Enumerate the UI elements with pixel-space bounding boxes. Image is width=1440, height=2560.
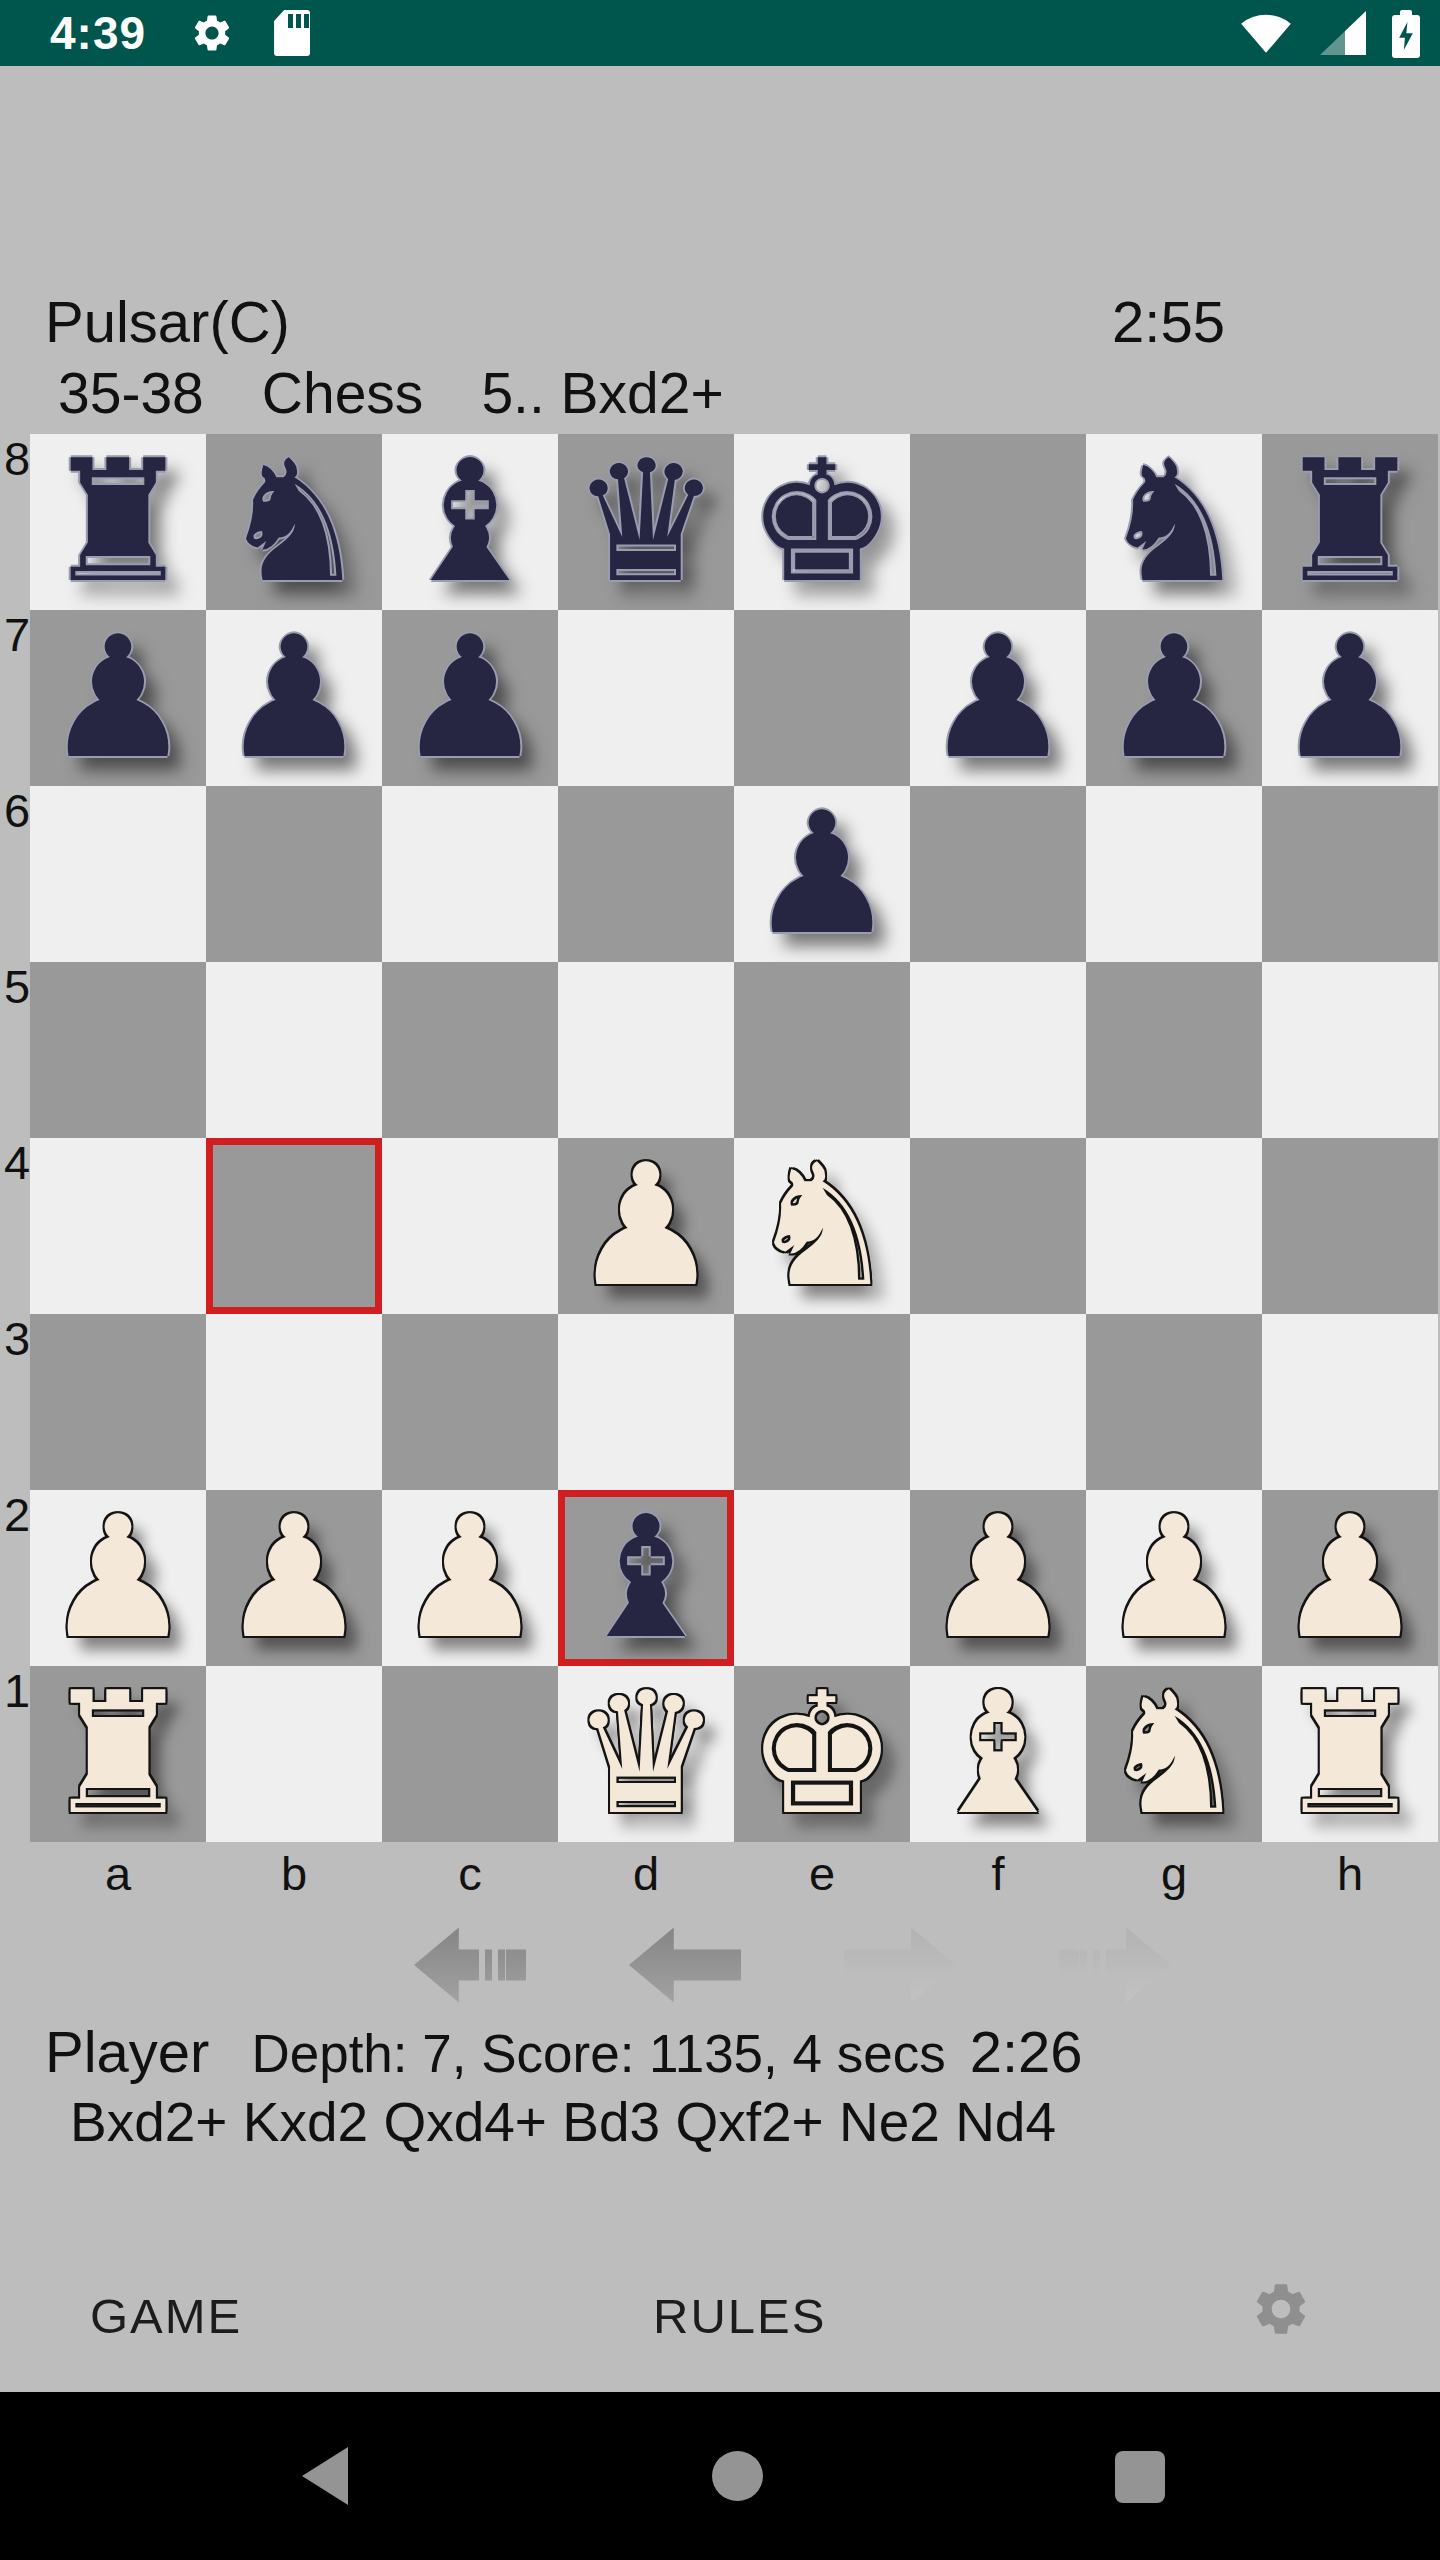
rank-label-3: 3 bbox=[0, 1314, 30, 1490]
square-a6[interactable] bbox=[30, 786, 206, 962]
white-piece-P-c2: ♟ bbox=[395, 1490, 546, 1666]
square-c3[interactable] bbox=[382, 1314, 558, 1490]
engine-name: Pulsar(C) bbox=[45, 288, 290, 355]
black-piece-P-h7: ♟ bbox=[1275, 610, 1426, 786]
square-a4[interactable] bbox=[30, 1138, 206, 1314]
square-d3[interactable] bbox=[558, 1314, 734, 1490]
square-h2[interactable]: ♟ bbox=[1262, 1490, 1438, 1666]
square-c7[interactable]: ♟ bbox=[382, 610, 558, 786]
square-f7[interactable]: ♟ bbox=[910, 610, 1086, 786]
rules-button[interactable]: RULES bbox=[653, 2288, 826, 2344]
engine-info: Depth: 7, Score: 1135, 4 secs bbox=[251, 2023, 945, 2084]
white-piece-P-a2: ♟ bbox=[43, 1490, 194, 1666]
cell-signal-icon bbox=[1320, 11, 1366, 55]
square-e3[interactable] bbox=[734, 1314, 910, 1490]
square-f6[interactable] bbox=[910, 786, 1086, 962]
android-back-button[interactable] bbox=[302, 2447, 348, 2505]
rank-label-7: 7 bbox=[0, 610, 30, 786]
square-a2[interactable]: ♟ bbox=[30, 1490, 206, 1666]
file-label-c: c bbox=[382, 1842, 558, 1902]
square-g1[interactable]: ♞ bbox=[1086, 1666, 1262, 1842]
black-piece-N-b8: ♞ bbox=[219, 434, 370, 610]
board-area: 8♜♞♝♛♚♞♜7♟♟♟♟♟♟6♟54♟♞32♟♟♟♝♟♟♟1♜♛♚♝♞♜ ab… bbox=[0, 434, 1440, 1902]
square-g3[interactable] bbox=[1086, 1314, 1262, 1490]
square-h5[interactable] bbox=[1262, 962, 1438, 1138]
last-move: 5.. Bxd2+ bbox=[481, 360, 723, 426]
next-move-button[interactable] bbox=[844, 1926, 956, 2004]
android-home-button[interactable] bbox=[712, 2451, 763, 2501]
rank-label-5: 5 bbox=[0, 962, 30, 1138]
square-c1[interactable] bbox=[382, 1666, 558, 1842]
square-g7[interactable]: ♟ bbox=[1086, 610, 1262, 786]
square-c2[interactable]: ♟ bbox=[382, 1490, 558, 1666]
square-g8[interactable]: ♞ bbox=[1086, 434, 1262, 610]
rank-label-8: 8 bbox=[0, 434, 30, 610]
square-c5[interactable] bbox=[382, 962, 558, 1138]
square-a1[interactable]: ♜ bbox=[30, 1666, 206, 1842]
status-bar: 4:39 bbox=[0, 0, 1440, 66]
square-f2[interactable]: ♟ bbox=[910, 1490, 1086, 1666]
white-piece-K-e1: ♚ bbox=[747, 1666, 898, 1842]
square-c4[interactable] bbox=[382, 1138, 558, 1314]
white-piece-P-g2: ♟ bbox=[1099, 1490, 1250, 1666]
black-piece-P-g7: ♟ bbox=[1099, 610, 1250, 786]
square-d8[interactable]: ♛ bbox=[558, 434, 734, 610]
battery-charging-icon bbox=[1392, 10, 1420, 58]
square-a8[interactable]: ♜ bbox=[30, 434, 206, 610]
white-piece-N-e4: ♞ bbox=[747, 1138, 898, 1314]
square-h8[interactable]: ♜ bbox=[1262, 434, 1438, 610]
black-piece-P-a7: ♟ bbox=[43, 610, 194, 786]
rank-label-4: 4 bbox=[0, 1138, 30, 1314]
square-d4[interactable]: ♟ bbox=[558, 1138, 734, 1314]
square-b1[interactable] bbox=[206, 1666, 382, 1842]
square-f3[interactable] bbox=[910, 1314, 1086, 1490]
status-time: 4:39 bbox=[50, 6, 146, 60]
black-piece-R-h8: ♜ bbox=[1275, 434, 1426, 610]
square-e5[interactable] bbox=[734, 962, 910, 1138]
engine-pv: Bxd2+ Kxd2 Qxd4+ Bd3 Qxf2+ Ne2 Nd4 bbox=[0, 2090, 1440, 2162]
game-button[interactable]: GAME bbox=[90, 2288, 242, 2344]
square-g5[interactable] bbox=[1086, 962, 1262, 1138]
black-piece-Q-d8: ♛ bbox=[571, 434, 722, 610]
square-a5[interactable] bbox=[30, 962, 206, 1138]
settings-gear-icon bbox=[190, 11, 234, 55]
rank-label-1: 1 bbox=[0, 1666, 30, 1842]
square-e8[interactable]: ♚ bbox=[734, 434, 910, 610]
square-e4[interactable]: ♞ bbox=[734, 1138, 910, 1314]
square-g6[interactable] bbox=[1086, 786, 1262, 962]
square-f5[interactable] bbox=[910, 962, 1086, 1138]
action-bar: GAME RULES bbox=[0, 2270, 1440, 2370]
last-move-button[interactable] bbox=[1059, 1926, 1171, 2004]
black-piece-P-f7: ♟ bbox=[923, 610, 1074, 786]
rank-label-6: 6 bbox=[0, 786, 30, 962]
square-h7[interactable]: ♟ bbox=[1262, 610, 1438, 786]
chess-board[interactable]: 8♜♞♝♛♚♞♜7♟♟♟♟♟♟6♟54♟♞32♟♟♟♝♟♟♟1♜♛♚♝♞♜ bbox=[0, 434, 1440, 1842]
square-b3[interactable] bbox=[206, 1314, 382, 1490]
square-c6[interactable] bbox=[382, 786, 558, 962]
variant-label: Chess bbox=[262, 360, 424, 426]
white-clock: 2:26 bbox=[970, 2018, 1083, 2085]
player-label: Player bbox=[45, 2018, 209, 2085]
square-b5[interactable] bbox=[206, 962, 382, 1138]
white-piece-B-f1: ♝ bbox=[923, 1666, 1074, 1842]
square-c8[interactable]: ♝ bbox=[382, 434, 558, 610]
square-h1[interactable]: ♜ bbox=[1262, 1666, 1438, 1842]
square-f8[interactable] bbox=[910, 434, 1086, 610]
white-piece-P-h2: ♟ bbox=[1275, 1490, 1426, 1666]
square-d7[interactable] bbox=[558, 610, 734, 786]
black-piece-P-c7: ♟ bbox=[395, 610, 546, 786]
white-piece-R-h1: ♜ bbox=[1275, 1666, 1426, 1842]
square-e7[interactable] bbox=[734, 610, 910, 786]
black-piece-R-a8: ♜ bbox=[43, 434, 194, 610]
square-b4[interactable] bbox=[206, 1138, 382, 1314]
square-a7[interactable]: ♟ bbox=[30, 610, 206, 786]
square-h6[interactable] bbox=[1262, 786, 1438, 962]
file-label-gutter bbox=[0, 1842, 30, 1902]
white-piece-R-a1: ♜ bbox=[43, 1666, 194, 1842]
black-piece-P-b7: ♟ bbox=[219, 610, 370, 786]
square-f4[interactable] bbox=[910, 1138, 1086, 1314]
file-label-b: b bbox=[206, 1842, 382, 1902]
square-e2[interactable] bbox=[734, 1490, 910, 1666]
wifi-icon bbox=[1238, 8, 1294, 58]
square-e6[interactable]: ♟ bbox=[734, 786, 910, 962]
square-a3[interactable] bbox=[30, 1314, 206, 1490]
gear-icon[interactable] bbox=[1250, 2278, 1312, 2340]
white-piece-P-b2: ♟ bbox=[219, 1490, 370, 1666]
square-b2[interactable]: ♟ bbox=[206, 1490, 382, 1666]
black-piece-N-g8: ♞ bbox=[1099, 434, 1250, 610]
square-d6[interactable] bbox=[558, 786, 734, 962]
square-g2[interactable]: ♟ bbox=[1086, 1490, 1262, 1666]
square-d1[interactable]: ♛ bbox=[558, 1666, 734, 1842]
white-piece-Q-d1: ♛ bbox=[571, 1666, 722, 1842]
square-h4[interactable] bbox=[1262, 1138, 1438, 1314]
move-nav-arrows bbox=[0, 1926, 1440, 2008]
black-piece-K-e8: ♚ bbox=[747, 434, 898, 610]
square-b8[interactable]: ♞ bbox=[206, 434, 382, 610]
square-e1[interactable]: ♚ bbox=[734, 1666, 910, 1842]
android-nav-bar bbox=[0, 2392, 1440, 2560]
black-piece-B-d2: ♝ bbox=[571, 1490, 722, 1666]
square-d5[interactable] bbox=[558, 962, 734, 1138]
android-recents-button[interactable] bbox=[1115, 2451, 1165, 2503]
previous-move-button[interactable] bbox=[629, 1926, 741, 2004]
black-clock: 2:55 bbox=[1112, 288, 1225, 355]
move-range: 35-38 bbox=[58, 360, 204, 426]
square-h3[interactable] bbox=[1262, 1314, 1438, 1490]
white-piece-N-g1: ♞ bbox=[1099, 1666, 1250, 1842]
sd-card-icon bbox=[274, 10, 310, 56]
square-g4[interactable] bbox=[1086, 1138, 1262, 1314]
square-d2[interactable]: ♝ bbox=[558, 1490, 734, 1666]
first-move-button[interactable] bbox=[414, 1926, 526, 2004]
white-piece-P-d4: ♟ bbox=[571, 1138, 722, 1314]
square-f1[interactable]: ♝ bbox=[910, 1666, 1086, 1842]
black-piece-P-e6: ♟ bbox=[747, 786, 898, 962]
square-b7[interactable]: ♟ bbox=[206, 610, 382, 786]
black-piece-B-c8: ♝ bbox=[395, 434, 546, 610]
rank-label-2: 2 bbox=[0, 1490, 30, 1666]
square-b6[interactable] bbox=[206, 786, 382, 962]
white-piece-P-f2: ♟ bbox=[923, 1490, 1074, 1666]
